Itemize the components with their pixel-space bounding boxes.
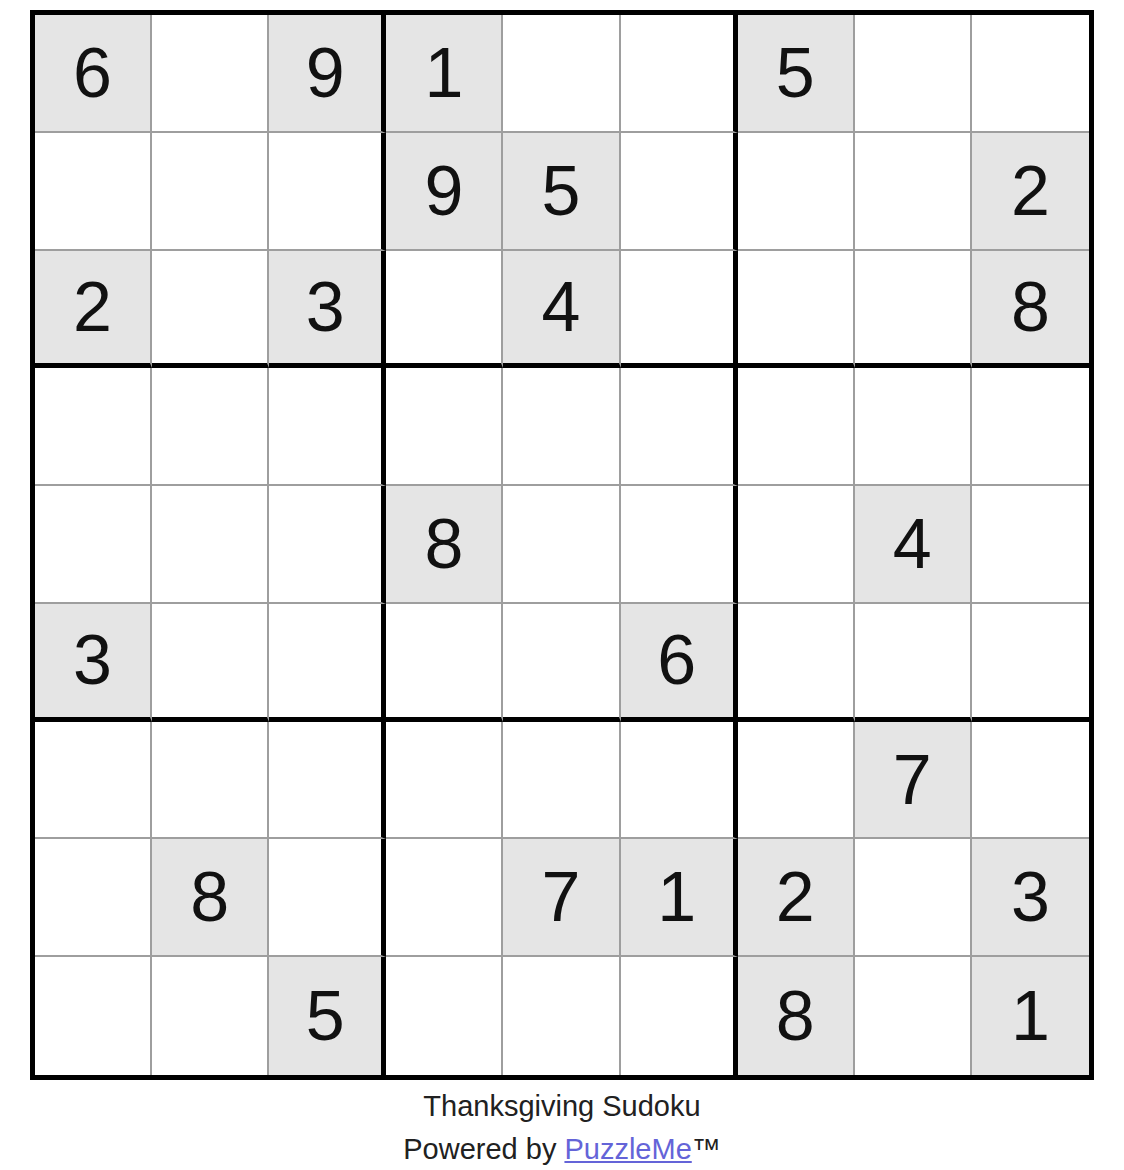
cell-r3c5[interactable]: 4 bbox=[503, 251, 620, 369]
cell-r9c8[interactable] bbox=[855, 957, 972, 1075]
cell-r7c1[interactable] bbox=[35, 722, 152, 840]
cell-r3c1[interactable]: 2 bbox=[35, 251, 152, 369]
cell-r1c1[interactable]: 6 bbox=[35, 15, 152, 133]
cell-r4c7[interactable] bbox=[738, 368, 855, 486]
cell-r6c4[interactable] bbox=[386, 604, 503, 722]
cell-r9c3[interactable]: 5 bbox=[269, 957, 386, 1075]
cell-r4c8[interactable] bbox=[855, 368, 972, 486]
sudoku-page: 691595223488436787123581 Thanksgiving Su… bbox=[0, 0, 1124, 1170]
cell-r7c4[interactable] bbox=[386, 722, 503, 840]
cell-r4c9[interactable] bbox=[972, 368, 1089, 486]
cell-r7c2[interactable] bbox=[152, 722, 269, 840]
cell-r4c4[interactable] bbox=[386, 368, 503, 486]
cell-r8c3[interactable] bbox=[269, 839, 386, 957]
cell-r1c5[interactable] bbox=[503, 15, 620, 133]
cell-r8c6[interactable]: 1 bbox=[621, 839, 738, 957]
cell-r5c3[interactable] bbox=[269, 486, 386, 604]
cell-r9c4[interactable] bbox=[386, 957, 503, 1075]
cell-r4c3[interactable] bbox=[269, 368, 386, 486]
cell-r6c7[interactable] bbox=[738, 604, 855, 722]
cell-r8c5[interactable]: 7 bbox=[503, 839, 620, 957]
cell-r3c2[interactable] bbox=[152, 251, 269, 369]
cell-r6c8[interactable] bbox=[855, 604, 972, 722]
cell-r3c6[interactable] bbox=[621, 251, 738, 369]
cell-r9c1[interactable] bbox=[35, 957, 152, 1075]
cell-r2c3[interactable] bbox=[269, 133, 386, 251]
cell-r7c9[interactable] bbox=[972, 722, 1089, 840]
cell-r1c9[interactable] bbox=[972, 15, 1089, 133]
powered-by-text: Powered by bbox=[403, 1133, 564, 1165]
powered-by-line: Powered by PuzzleMe™ bbox=[0, 1128, 1124, 1170]
cell-r1c7[interactable]: 5 bbox=[738, 15, 855, 133]
cell-r1c6[interactable] bbox=[621, 15, 738, 133]
cell-r2c2[interactable] bbox=[152, 133, 269, 251]
cell-r5c1[interactable] bbox=[35, 486, 152, 604]
cell-r5c9[interactable] bbox=[972, 486, 1089, 604]
cell-r5c4[interactable]: 8 bbox=[386, 486, 503, 604]
cell-r2c1[interactable] bbox=[35, 133, 152, 251]
cell-r7c3[interactable] bbox=[269, 722, 386, 840]
puzzleme-link[interactable]: PuzzleMe bbox=[564, 1133, 691, 1165]
cell-r7c7[interactable] bbox=[738, 722, 855, 840]
cell-r5c2[interactable] bbox=[152, 486, 269, 604]
cell-r4c1[interactable] bbox=[35, 368, 152, 486]
cell-r3c4[interactable] bbox=[386, 251, 503, 369]
cell-r3c7[interactable] bbox=[738, 251, 855, 369]
sudoku-board: 691595223488436787123581 bbox=[30, 10, 1094, 1080]
cell-r1c2[interactable] bbox=[152, 15, 269, 133]
cell-r5c5[interactable] bbox=[503, 486, 620, 604]
cell-r2c5[interactable]: 5 bbox=[503, 133, 620, 251]
cell-r3c8[interactable] bbox=[855, 251, 972, 369]
cell-r1c8[interactable] bbox=[855, 15, 972, 133]
cell-r2c4[interactable]: 9 bbox=[386, 133, 503, 251]
cell-r9c2[interactable] bbox=[152, 957, 269, 1075]
cell-r8c2[interactable]: 8 bbox=[152, 839, 269, 957]
cell-r4c2[interactable] bbox=[152, 368, 269, 486]
trademark-symbol: ™ bbox=[692, 1133, 721, 1165]
cell-r6c1[interactable]: 3 bbox=[35, 604, 152, 722]
cell-r9c5[interactable] bbox=[503, 957, 620, 1075]
cell-r9c7[interactable]: 8 bbox=[738, 957, 855, 1075]
cell-r3c3[interactable]: 3 bbox=[269, 251, 386, 369]
cell-r8c1[interactable] bbox=[35, 839, 152, 957]
cell-r8c8[interactable] bbox=[855, 839, 972, 957]
cell-r5c8[interactable]: 4 bbox=[855, 486, 972, 604]
cell-r6c6[interactable]: 6 bbox=[621, 604, 738, 722]
cell-r3c9[interactable]: 8 bbox=[972, 251, 1089, 369]
cell-r7c5[interactable] bbox=[503, 722, 620, 840]
cell-r8c9[interactable]: 3 bbox=[972, 839, 1089, 957]
puzzle-title: Thanksgiving Sudoku bbox=[0, 1085, 1124, 1128]
cell-r5c7[interactable] bbox=[738, 486, 855, 604]
cell-r7c6[interactable] bbox=[621, 722, 738, 840]
cell-r4c6[interactable] bbox=[621, 368, 738, 486]
cell-r9c6[interactable] bbox=[621, 957, 738, 1075]
cell-r1c3[interactable]: 9 bbox=[269, 15, 386, 133]
cell-r8c4[interactable] bbox=[386, 839, 503, 957]
cell-r8c7[interactable]: 2 bbox=[738, 839, 855, 957]
cell-r7c8[interactable]: 7 bbox=[855, 722, 972, 840]
cell-r6c9[interactable] bbox=[972, 604, 1089, 722]
cell-r6c5[interactable] bbox=[503, 604, 620, 722]
cell-r9c9[interactable]: 1 bbox=[972, 957, 1089, 1075]
cell-r2c6[interactable] bbox=[621, 133, 738, 251]
cell-r2c7[interactable] bbox=[738, 133, 855, 251]
cell-r6c3[interactable] bbox=[269, 604, 386, 722]
board-footer: Thanksgiving Sudoku Powered by PuzzleMe™ bbox=[0, 1085, 1124, 1170]
cell-r2c8[interactable] bbox=[855, 133, 972, 251]
cell-r2c9[interactable]: 2 bbox=[972, 133, 1089, 251]
cell-r1c4[interactable]: 1 bbox=[386, 15, 503, 133]
cell-r4c5[interactable] bbox=[503, 368, 620, 486]
cell-r5c6[interactable] bbox=[621, 486, 738, 604]
cell-r6c2[interactable] bbox=[152, 604, 269, 722]
